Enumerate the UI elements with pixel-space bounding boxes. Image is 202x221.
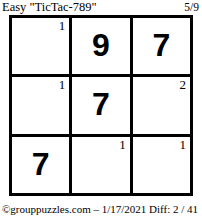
cell-value: 7 (32, 148, 50, 180)
corner-clue: 1 (179, 138, 186, 151)
corner-clue: 1 (119, 138, 126, 151)
cell-r2c2[interactable]: 1 (133, 137, 190, 193)
progress-counter: 5/9 (184, 0, 199, 14)
cell-r0c1[interactable]: 9 (72, 18, 129, 74)
corner-clue: 1 (59, 78, 66, 91)
cell-value: 7 (152, 29, 170, 61)
puzzle-board: 1 9 7 1 7 2 7 1 (9, 15, 193, 196)
cell-r1c0[interactable]: 1 (12, 77, 69, 133)
cell-r1c2[interactable]: 2 (133, 77, 190, 133)
puzzle-title: Easy "TicTac-789" (2, 0, 97, 14)
corner-clue: 2 (179, 78, 186, 91)
cell-r2c1[interactable]: 1 (72, 137, 129, 193)
header: Easy "TicTac-789" 5/9 (0, 0, 202, 14)
puzzle-page: Easy "TicTac-789" 5/9 1 9 7 1 7 2 (0, 0, 202, 221)
cell-r1c1[interactable]: 7 (72, 77, 129, 133)
cell-value: 7 (92, 88, 110, 120)
cell-r0c0[interactable]: 1 (12, 18, 69, 74)
corner-clue: 1 (59, 19, 66, 32)
cell-r0c2[interactable]: 7 (133, 18, 190, 74)
copyright-credit: ©grouppuzzles.com – 1/17/2021 Diff: 2 / … (0, 203, 202, 215)
cell-r2c0[interactable]: 7 (12, 137, 69, 193)
cell-value: 9 (92, 29, 110, 61)
